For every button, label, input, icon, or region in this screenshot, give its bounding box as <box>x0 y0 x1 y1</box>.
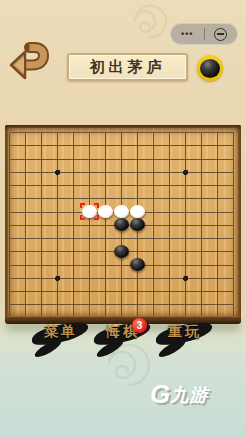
watermark-g-logo: G <box>150 383 170 405</box>
minimize-button[interactable] <box>205 24 238 44</box>
star-point <box>55 170 60 175</box>
board-frame <box>5 125 241 319</box>
cloud-swirl-decoration <box>120 2 170 52</box>
level-title: 初出茅庐 <box>90 58 166 77</box>
miniprogram-capsule: ••• <box>170 23 238 45</box>
star-point <box>183 276 188 281</box>
undo-count-badge: 3 <box>132 318 147 333</box>
turn-indicator-black-stone <box>200 59 220 78</box>
minimize-icon <box>214 28 227 41</box>
replay-button[interactable]: 重玩 <box>155 320 215 362</box>
undo-button[interactable]: 悔棋 3 <box>93 320 153 362</box>
more-icon: ••• <box>181 30 193 39</box>
last-move-marker <box>80 203 99 220</box>
star-point <box>183 170 188 175</box>
turn-indicator <box>197 55 223 81</box>
menu-button[interactable]: 菜单 <box>31 320 91 362</box>
more-button[interactable]: ••• <box>171 24 204 44</box>
star-point <box>55 276 60 281</box>
app-screen: ••• 初出茅庐 菜单 悔棋 3 重玩 <box>0 0 246 437</box>
jiuyou-watermark: G 九游 <box>150 383 208 407</box>
control-bar: 菜单 悔棋 3 重玩 <box>0 320 246 364</box>
menu-button-label: 菜单 <box>31 323 91 341</box>
back-arrow-icon <box>8 40 50 80</box>
board-surface[interactable] <box>8 128 238 316</box>
replay-button-label: 重玩 <box>155 323 215 341</box>
watermark-text: 九游 <box>170 383 208 407</box>
level-title-plaque: 初出茅庐 <box>67 53 188 81</box>
back-button[interactable] <box>8 40 50 80</box>
